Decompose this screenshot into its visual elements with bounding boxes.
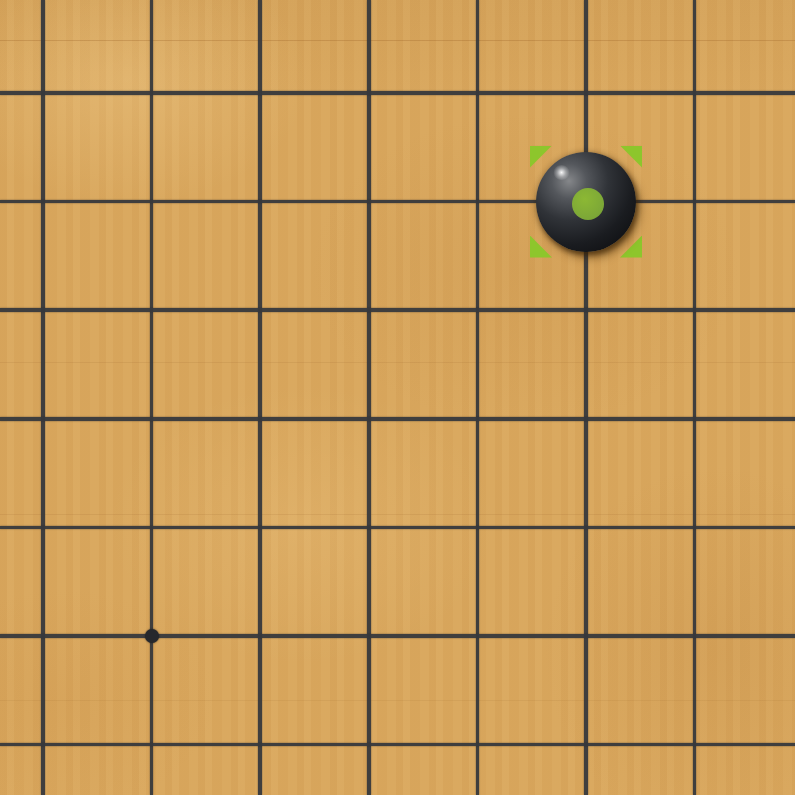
grid-line-vertical [367, 0, 371, 795]
wood-grain-seam [0, 514, 795, 515]
grid-line-horizontal [0, 308, 795, 312]
selection-corner-bottom-left-icon [530, 236, 552, 258]
grid-line-vertical [150, 0, 154, 795]
selected-stone-cell[interactable] [528, 144, 644, 260]
selection-corner-top-left-icon [530, 146, 552, 168]
grid-line-horizontal [0, 200, 795, 204]
grid-line-vertical [258, 0, 262, 795]
grid-line-vertical [476, 0, 480, 795]
grid-line-horizontal [0, 634, 795, 638]
selection-corner-top-right-icon [620, 146, 642, 168]
grid-line-horizontal [0, 91, 795, 95]
star-point [145, 629, 159, 643]
grid-line-vertical [584, 0, 588, 795]
last-move-marker-icon [572, 188, 604, 220]
selection-corner-bottom-right-icon [620, 236, 642, 258]
go-board[interactable] [0, 0, 795, 795]
grid-line-vertical [41, 0, 45, 795]
grid-line-horizontal [0, 417, 795, 421]
wood-grain-seam [0, 362, 795, 363]
wood-grain-seam [0, 700, 795, 701]
grid-line-horizontal [0, 743, 795, 747]
wood-grain-seam [0, 40, 795, 41]
grid-line-horizontal [0, 526, 795, 530]
stone-highlight [553, 165, 570, 180]
grid-line-vertical [693, 0, 697, 795]
